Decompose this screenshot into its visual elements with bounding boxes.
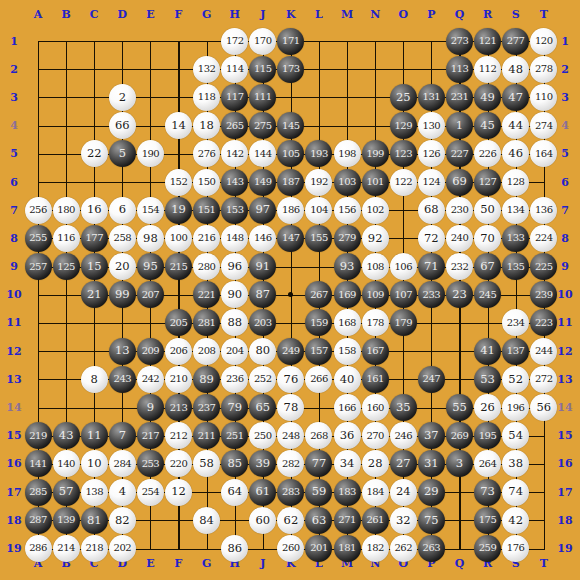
col-label-r: R xyxy=(474,9,502,20)
stone-b15[interactable]: 43 xyxy=(53,422,80,449)
stone-n6[interactable]: 101 xyxy=(362,169,389,196)
go-board[interactable]: ABCDEFGHJKLMNOPQRST ABCDEFGHJKLMNOPQRST … xyxy=(0,0,580,580)
stone-p13[interactable]: 247 xyxy=(418,366,445,393)
stone-h1[interactable]: 172 xyxy=(221,28,248,55)
stone-t2[interactable]: 278 xyxy=(530,56,557,83)
stone-t14[interactable]: 56 xyxy=(530,394,557,421)
stone-m5[interactable]: 198 xyxy=(334,140,361,167)
stone-b19[interactable]: 214 xyxy=(53,535,80,562)
stone-s16[interactable]: 38 xyxy=(502,450,529,477)
stone-d4[interactable]: 66 xyxy=(109,112,136,139)
stone-e7[interactable]: 154 xyxy=(137,197,164,224)
stone-j17[interactable]: 61 xyxy=(249,479,276,506)
stone-s11[interactable]: 234 xyxy=(502,309,529,336)
col-label-q: Q xyxy=(445,9,473,20)
stone-e10[interactable]: 207 xyxy=(137,281,164,308)
stone-k6[interactable]: 187 xyxy=(277,169,304,196)
stone-p9[interactable]: 71 xyxy=(418,253,445,280)
stone-h3[interactable]: 117 xyxy=(221,84,248,111)
stone-d5[interactable]: 5 xyxy=(109,140,136,167)
stone-h16[interactable]: 85 xyxy=(221,450,248,477)
stone-j7[interactable]: 97 xyxy=(249,197,276,224)
stone-h2[interactable]: 114 xyxy=(221,56,248,83)
stone-a18[interactable]: 287 xyxy=(25,507,52,534)
col-label-e: E xyxy=(136,9,164,20)
stone-s19[interactable]: 176 xyxy=(502,535,529,562)
stone-m13[interactable]: 40 xyxy=(334,366,361,393)
stone-s4[interactable]: 44 xyxy=(502,112,529,139)
stone-s12[interactable]: 137 xyxy=(502,338,529,365)
stone-g11[interactable]: 281 xyxy=(193,309,220,336)
stone-r9[interactable]: 67 xyxy=(474,253,501,280)
stone-s7[interactable]: 134 xyxy=(502,197,529,224)
stone-c13[interactable]: 8 xyxy=(81,366,108,393)
stone-s14[interactable]: 196 xyxy=(502,394,529,421)
stone-a19[interactable]: 286 xyxy=(25,535,52,562)
stone-m19[interactable]: 181 xyxy=(334,535,361,562)
stone-o19[interactable]: 262 xyxy=(390,535,417,562)
stone-j15[interactable]: 250 xyxy=(249,422,276,449)
stone-g16[interactable]: 58 xyxy=(193,450,220,477)
stone-c9[interactable]: 15 xyxy=(81,253,108,280)
col-label-n: N xyxy=(361,9,389,20)
col-label-f: F xyxy=(164,9,192,20)
stone-h10[interactable]: 90 xyxy=(221,281,248,308)
stone-f13[interactable]: 210 xyxy=(165,366,192,393)
stone-k13[interactable]: 76 xyxy=(277,366,304,393)
stone-e15[interactable]: 217 xyxy=(137,422,164,449)
stone-p5[interactable]: 126 xyxy=(418,140,445,167)
stone-c10[interactable]: 21 xyxy=(81,281,108,308)
stone-f9[interactable]: 215 xyxy=(165,253,192,280)
stone-k15[interactable]: 248 xyxy=(277,422,304,449)
stone-n17[interactable]: 184 xyxy=(362,479,389,506)
col-label-a: A xyxy=(24,9,52,20)
stone-m16[interactable]: 34 xyxy=(334,450,361,477)
stone-f14[interactable]: 213 xyxy=(165,394,192,421)
stone-s18[interactable]: 42 xyxy=(502,507,529,534)
stone-n12[interactable]: 167 xyxy=(362,338,389,365)
stone-j1[interactable]: 170 xyxy=(249,28,276,55)
stone-f7[interactable]: 19 xyxy=(165,197,192,224)
stone-h11[interactable]: 88 xyxy=(221,309,248,336)
stone-q6[interactable]: 69 xyxy=(446,169,473,196)
stone-g9[interactable]: 280 xyxy=(193,253,220,280)
stone-g18[interactable]: 84 xyxy=(193,507,220,534)
stone-r2[interactable]: 112 xyxy=(474,56,501,83)
stone-h7[interactable]: 153 xyxy=(221,197,248,224)
stone-d15[interactable]: 7 xyxy=(109,422,136,449)
stone-p7[interactable]: 68 xyxy=(418,197,445,224)
stone-f15[interactable]: 212 xyxy=(165,422,192,449)
stone-d10[interactable]: 99 xyxy=(109,281,136,308)
stone-j18[interactable]: 60 xyxy=(249,507,276,534)
stone-h17[interactable]: 64 xyxy=(221,479,248,506)
stone-g5[interactable]: 276 xyxy=(193,140,220,167)
stone-k19[interactable]: 260 xyxy=(277,535,304,562)
column-labels-top: ABCDEFGHJKLMNOPQRST xyxy=(24,2,558,26)
stone-d12[interactable]: 13 xyxy=(109,338,136,365)
stone-p15[interactable]: 37 xyxy=(418,422,445,449)
stone-e5[interactable]: 190 xyxy=(137,140,164,167)
stone-s13[interactable]: 52 xyxy=(502,366,529,393)
stone-r7[interactable]: 50 xyxy=(474,197,501,224)
stone-g13[interactable]: 89 xyxy=(193,366,220,393)
stone-q10[interactable]: 23 xyxy=(446,281,473,308)
stone-b7[interactable]: 180 xyxy=(53,197,80,224)
stone-p3[interactable]: 131 xyxy=(418,84,445,111)
stone-k14[interactable]: 78 xyxy=(277,394,304,421)
stone-s2[interactable]: 48 xyxy=(502,56,529,83)
stone-m15[interactable]: 36 xyxy=(334,422,361,449)
stone-r1[interactable]: 121 xyxy=(474,28,501,55)
stone-t4[interactable]: 274 xyxy=(530,112,557,139)
col-label-d: D xyxy=(108,9,136,20)
stone-n7[interactable]: 102 xyxy=(362,197,389,224)
stone-j6[interactable]: 149 xyxy=(249,169,276,196)
stone-m10[interactable]: 169 xyxy=(334,281,361,308)
stone-j12[interactable]: 80 xyxy=(249,338,276,365)
stone-p16[interactable]: 31 xyxy=(418,450,445,477)
stone-n18[interactable]: 261 xyxy=(362,507,389,534)
stone-q3[interactable]: 231 xyxy=(446,84,473,111)
stone-c5[interactable]: 22 xyxy=(81,140,108,167)
stone-h8[interactable]: 148 xyxy=(221,225,248,252)
col-label-t: T xyxy=(530,9,558,20)
stone-q5[interactable]: 227 xyxy=(446,140,473,167)
stone-b17[interactable]: 57 xyxy=(53,479,80,506)
stone-t9[interactable]: 225 xyxy=(530,253,557,280)
stone-j13[interactable]: 252 xyxy=(249,366,276,393)
stone-q8[interactable]: 240 xyxy=(446,225,473,252)
stone-q2[interactable]: 113 xyxy=(446,56,473,83)
col-label-h: H xyxy=(221,9,249,20)
col-label-c: C xyxy=(80,9,108,20)
stone-n8[interactable]: 92 xyxy=(362,225,389,252)
stone-o4[interactable]: 129 xyxy=(390,112,417,139)
stone-s17[interactable]: 74 xyxy=(502,479,529,506)
stone-l8[interactable]: 155 xyxy=(305,225,332,252)
col-label-j: J xyxy=(249,9,277,20)
stone-a8[interactable]: 255 xyxy=(25,225,52,252)
stone-g10[interactable]: 221 xyxy=(193,281,220,308)
stone-g8[interactable]: 216 xyxy=(193,225,220,252)
stone-r13[interactable]: 53 xyxy=(474,366,501,393)
stone-m11[interactable]: 168 xyxy=(334,309,361,336)
stone-r8[interactable]: 70 xyxy=(474,225,501,252)
stone-c15[interactable]: 11 xyxy=(81,422,108,449)
stone-t12[interactable]: 244 xyxy=(530,338,557,365)
col-label-o: O xyxy=(389,9,417,20)
stone-e9[interactable]: 95 xyxy=(137,253,164,280)
stone-g3[interactable]: 118 xyxy=(193,84,220,111)
stone-h12[interactable]: 204 xyxy=(221,338,248,365)
stone-c7[interactable]: 16 xyxy=(81,197,108,224)
stone-d3[interactable]: 2 xyxy=(109,84,136,111)
stone-n10[interactable]: 109 xyxy=(362,281,389,308)
stone-f4[interactable]: 14 xyxy=(165,112,192,139)
stone-d9[interactable]: 20 xyxy=(109,253,136,280)
stone-p6[interactable]: 124 xyxy=(418,169,445,196)
stone-s9[interactable]: 135 xyxy=(502,253,529,280)
stone-l10[interactable]: 267 xyxy=(305,281,332,308)
stone-o6[interactable]: 122 xyxy=(390,169,417,196)
stone-n5[interactable]: 199 xyxy=(362,140,389,167)
stone-e13[interactable]: 242 xyxy=(137,366,164,393)
stone-q14[interactable]: 55 xyxy=(446,394,473,421)
stone-a7[interactable]: 256 xyxy=(25,197,52,224)
stone-q7[interactable]: 230 xyxy=(446,197,473,224)
stone-f11[interactable]: 205 xyxy=(165,309,192,336)
stone-q4[interactable]: 1 xyxy=(446,112,473,139)
stone-k1[interactable]: 171 xyxy=(277,28,304,55)
stone-f12[interactable]: 206 xyxy=(165,338,192,365)
stone-k12[interactable]: 249 xyxy=(277,338,304,365)
stone-c16[interactable]: 10 xyxy=(81,450,108,477)
stone-e12[interactable]: 209 xyxy=(137,338,164,365)
stone-r4[interactable]: 45 xyxy=(474,112,501,139)
stone-p4[interactable]: 130 xyxy=(418,112,445,139)
stone-c17[interactable]: 138 xyxy=(81,479,108,506)
stone-b16[interactable]: 140 xyxy=(53,450,80,477)
stone-f8[interactable]: 100 xyxy=(165,225,192,252)
stone-o15[interactable]: 246 xyxy=(390,422,417,449)
stone-k17[interactable]: 283 xyxy=(277,479,304,506)
stone-g4[interactable]: 18 xyxy=(193,112,220,139)
stone-o3[interactable]: 25 xyxy=(390,84,417,111)
stone-n13[interactable]: 161 xyxy=(362,366,389,393)
stone-o5[interactable]: 123 xyxy=(390,140,417,167)
col-label-k: K xyxy=(277,9,305,20)
stone-g6[interactable]: 150 xyxy=(193,169,220,196)
stone-t13[interactable]: 272 xyxy=(530,366,557,393)
stone-k2[interactable]: 173 xyxy=(277,56,304,83)
stone-e16[interactable]: 253 xyxy=(137,450,164,477)
stone-l18[interactable]: 63 xyxy=(305,507,332,534)
stone-b8[interactable]: 116 xyxy=(53,225,80,252)
stone-r17[interactable]: 73 xyxy=(474,479,501,506)
stone-t5[interactable]: 164 xyxy=(530,140,557,167)
stone-o10[interactable]: 107 xyxy=(390,281,417,308)
col-label-g: G xyxy=(193,9,221,20)
stone-d18[interactable]: 82 xyxy=(109,507,136,534)
stone-t10[interactable]: 239 xyxy=(530,281,557,308)
stone-p19[interactable]: 263 xyxy=(418,535,445,562)
stone-l12[interactable]: 157 xyxy=(305,338,332,365)
stone-j8[interactable]: 146 xyxy=(249,225,276,252)
stone-a15[interactable]: 219 xyxy=(25,422,52,449)
stone-o9[interactable]: 106 xyxy=(390,253,417,280)
stone-r18[interactable]: 175 xyxy=(474,507,501,534)
stone-n11[interactable]: 178 xyxy=(362,309,389,336)
stone-r10[interactable]: 245 xyxy=(474,281,501,308)
col-label-s: S xyxy=(502,9,530,20)
stone-m9[interactable]: 93 xyxy=(334,253,361,280)
stone-m18[interactable]: 271 xyxy=(334,507,361,534)
stone-k7[interactable]: 186 xyxy=(277,197,304,224)
stone-l11[interactable]: 159 xyxy=(305,309,332,336)
stone-t11[interactable]: 223 xyxy=(530,309,557,336)
stone-h19[interactable]: 86 xyxy=(221,535,248,562)
stone-t3[interactable]: 110 xyxy=(530,84,557,111)
stone-m6[interactable]: 103 xyxy=(334,169,361,196)
stone-b9[interactable]: 125 xyxy=(53,253,80,280)
stone-e14[interactable]: 9 xyxy=(137,394,164,421)
stone-d8[interactable]: 258 xyxy=(109,225,136,252)
stone-e8[interactable]: 98 xyxy=(137,225,164,252)
stone-l17[interactable]: 59 xyxy=(305,479,332,506)
stone-j16[interactable]: 39 xyxy=(249,450,276,477)
stone-j5[interactable]: 144 xyxy=(249,140,276,167)
stone-d19[interactable]: 202 xyxy=(109,535,136,562)
stone-r6[interactable]: 127 xyxy=(474,169,501,196)
stone-n19[interactable]: 182 xyxy=(362,535,389,562)
stone-t8[interactable]: 224 xyxy=(530,225,557,252)
stone-q16[interactable]: 3 xyxy=(446,450,473,477)
stone-p10[interactable]: 233 xyxy=(418,281,445,308)
stone-s5[interactable]: 46 xyxy=(502,140,529,167)
stone-s1[interactable]: 277 xyxy=(502,28,529,55)
stone-l6[interactable]: 192 xyxy=(305,169,332,196)
stone-h13[interactable]: 236 xyxy=(221,366,248,393)
stone-o16[interactable]: 27 xyxy=(390,450,417,477)
stone-a9[interactable]: 257 xyxy=(25,253,52,280)
stone-g2[interactable]: 132 xyxy=(193,56,220,83)
stone-t1[interactable]: 120 xyxy=(530,28,557,55)
stone-j4[interactable]: 275 xyxy=(249,112,276,139)
stone-f17[interactable]: 12 xyxy=(165,479,192,506)
stone-g14[interactable]: 237 xyxy=(193,394,220,421)
stone-p17[interactable]: 29 xyxy=(418,479,445,506)
stone-q1[interactable]: 273 xyxy=(446,28,473,55)
stone-h4[interactable]: 265 xyxy=(221,112,248,139)
stone-j2[interactable]: 115 xyxy=(249,56,276,83)
stone-t7[interactable]: 136 xyxy=(530,197,557,224)
stone-n15[interactable]: 270 xyxy=(362,422,389,449)
stone-j9[interactable]: 91 xyxy=(249,253,276,280)
stone-k4[interactable]: 145 xyxy=(277,112,304,139)
stone-l13[interactable]: 266 xyxy=(305,366,332,393)
stone-c8[interactable]: 177 xyxy=(81,225,108,252)
stone-h6[interactable]: 143 xyxy=(221,169,248,196)
stone-d7[interactable]: 6 xyxy=(109,197,136,224)
stone-s6[interactable]: 128 xyxy=(502,169,529,196)
stone-d17[interactable]: 4 xyxy=(109,479,136,506)
stone-m7[interactable]: 156 xyxy=(334,197,361,224)
stone-g15[interactable]: 211 xyxy=(193,422,220,449)
stone-l5[interactable]: 193 xyxy=(305,140,332,167)
stone-k5[interactable]: 105 xyxy=(277,140,304,167)
stone-q15[interactable]: 269 xyxy=(446,422,473,449)
stone-k8[interactable]: 147 xyxy=(277,225,304,252)
stone-l19[interactable]: 201 xyxy=(305,535,332,562)
stone-n14[interactable]: 160 xyxy=(362,394,389,421)
stone-r14[interactable]: 26 xyxy=(474,394,501,421)
stone-o11[interactable]: 179 xyxy=(390,309,417,336)
stone-m14[interactable]: 166 xyxy=(334,394,361,421)
stone-h15[interactable]: 251 xyxy=(221,422,248,449)
stone-o17[interactable]: 24 xyxy=(390,479,417,506)
stone-d13[interactable]: 243 xyxy=(109,366,136,393)
stone-g7[interactable]: 151 xyxy=(193,197,220,224)
stone-r15[interactable]: 195 xyxy=(474,422,501,449)
stone-k16[interactable]: 282 xyxy=(277,450,304,477)
col-label-p: P xyxy=(417,9,445,20)
stone-r16[interactable]: 264 xyxy=(474,450,501,477)
stone-l7[interactable]: 104 xyxy=(305,197,332,224)
stone-h5[interactable]: 142 xyxy=(221,140,248,167)
stone-n9[interactable]: 108 xyxy=(362,253,389,280)
stone-s15[interactable]: 54 xyxy=(502,422,529,449)
stone-m8[interactable]: 279 xyxy=(334,225,361,252)
stone-h9[interactable]: 96 xyxy=(221,253,248,280)
stone-d16[interactable]: 284 xyxy=(109,450,136,477)
stone-k18[interactable]: 62 xyxy=(277,507,304,534)
stone-r3[interactable]: 49 xyxy=(474,84,501,111)
stone-c19[interactable]: 218 xyxy=(81,535,108,562)
stone-m17[interactable]: 183 xyxy=(334,479,361,506)
stone-p18[interactable]: 75 xyxy=(418,507,445,534)
stone-o14[interactable]: 35 xyxy=(390,394,417,421)
stone-s3[interactable]: 47 xyxy=(502,84,529,111)
stone-r5[interactable]: 226 xyxy=(474,140,501,167)
stone-j14[interactable]: 65 xyxy=(249,394,276,421)
stone-g12[interactable]: 208 xyxy=(193,338,220,365)
col-label-b: B xyxy=(52,9,80,20)
stone-f6[interactable]: 152 xyxy=(165,169,192,196)
stone-r12[interactable]: 41 xyxy=(474,338,501,365)
stone-b18[interactable]: 139 xyxy=(53,507,80,534)
stone-l15[interactable]: 268 xyxy=(305,422,332,449)
col-label-m: M xyxy=(333,9,361,20)
col-label-l: L xyxy=(305,9,333,20)
stone-f16[interactable]: 220 xyxy=(165,450,192,477)
stone-l16[interactable]: 77 xyxy=(305,450,332,477)
stone-s8[interactable]: 133 xyxy=(502,225,529,252)
stone-q9[interactable]: 232 xyxy=(446,253,473,280)
stone-j10[interactable]: 87 xyxy=(249,281,276,308)
stone-o18[interactable]: 32 xyxy=(390,507,417,534)
stone-n16[interactable]: 28 xyxy=(362,450,389,477)
stone-p8[interactable]: 72 xyxy=(418,225,445,252)
stone-a16[interactable]: 141 xyxy=(25,450,52,477)
stone-j3[interactable]: 111 xyxy=(249,84,276,111)
stone-j11[interactable]: 203 xyxy=(249,309,276,336)
stone-h14[interactable]: 79 xyxy=(221,394,248,421)
stone-a17[interactable]: 285 xyxy=(25,479,52,506)
stone-c18[interactable]: 81 xyxy=(81,507,108,534)
stone-m12[interactable]: 158 xyxy=(334,338,361,365)
stone-e17[interactable]: 254 xyxy=(137,479,164,506)
stone-r19[interactable]: 259 xyxy=(474,535,501,562)
